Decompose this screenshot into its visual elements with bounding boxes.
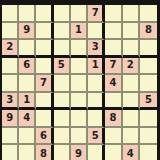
cell-r1c2-empty[interactable] bbox=[19, 5, 36, 23]
digit: 1 bbox=[75, 25, 82, 35]
digit: 8 bbox=[145, 25, 152, 35]
cell-r6c2-given: 1 bbox=[19, 93, 36, 111]
cell-r2c9-given: 8 bbox=[140, 23, 157, 41]
digit: 5 bbox=[58, 60, 65, 70]
cell-r6c3-empty[interactable] bbox=[36, 93, 53, 111]
cell-r9c1-empty[interactable] bbox=[2, 145, 19, 160]
cell-r6c6-empty[interactable] bbox=[88, 93, 105, 111]
digit: 8 bbox=[109, 113, 116, 123]
digit: 1 bbox=[92, 60, 99, 70]
cell-r9c3-given: 8 bbox=[36, 145, 53, 160]
cell-r8c2-empty[interactable] bbox=[19, 128, 36, 146]
cell-r4c9-empty[interactable] bbox=[140, 58, 157, 76]
cell-r3c3-empty[interactable] bbox=[36, 40, 53, 58]
sudoku-board: 791823651727431594865894 bbox=[0, 0, 160, 160]
cell-r1c8-empty[interactable] bbox=[123, 5, 140, 23]
cell-r4c5-empty[interactable] bbox=[71, 58, 88, 76]
cell-r8c7-empty[interactable] bbox=[105, 128, 122, 146]
cell-r6c5-empty[interactable] bbox=[71, 93, 88, 111]
cell-r7c7-given: 8 bbox=[105, 110, 122, 128]
cell-r4c7-given: 7 bbox=[105, 58, 122, 76]
cell-r3c1-given: 2 bbox=[2, 40, 19, 58]
cell-r7c8-empty[interactable] bbox=[123, 110, 140, 128]
cell-r9c4-empty[interactable] bbox=[54, 145, 71, 160]
sudoku-screenshot: 791823651727431594865894 bbox=[0, 0, 160, 160]
cell-r8c1-empty[interactable] bbox=[2, 128, 19, 146]
cell-r8c3-given: 6 bbox=[36, 128, 53, 146]
cell-r2c5-given: 1 bbox=[71, 23, 88, 41]
cell-r5c7-given: 4 bbox=[105, 75, 122, 93]
cell-r8c8-empty[interactable] bbox=[123, 128, 140, 146]
digit: 7 bbox=[40, 78, 47, 88]
cell-r7c4-empty[interactable] bbox=[54, 110, 71, 128]
cell-r9c8-given: 4 bbox=[123, 145, 140, 160]
cell-r4c4-given: 5 bbox=[54, 58, 71, 76]
digit: 7 bbox=[109, 60, 116, 70]
cell-r8c6-given: 5 bbox=[88, 128, 105, 146]
cell-r8c9-empty[interactable] bbox=[140, 128, 157, 146]
cell-r3c4-empty[interactable] bbox=[54, 40, 71, 58]
digit: 6 bbox=[23, 60, 30, 70]
digit: 4 bbox=[23, 113, 30, 123]
cell-r4c6-given: 1 bbox=[88, 58, 105, 76]
digit: 3 bbox=[92, 42, 99, 52]
digit: 2 bbox=[127, 60, 134, 70]
digit: 5 bbox=[145, 95, 152, 105]
cell-r3c6-given: 3 bbox=[88, 40, 105, 58]
cell-r5c6-empty[interactable] bbox=[88, 75, 105, 93]
digit: 9 bbox=[75, 149, 82, 159]
cell-r3c2-empty[interactable] bbox=[19, 40, 36, 58]
cell-r9c5-given: 9 bbox=[71, 145, 88, 160]
cell-r1c3-empty[interactable] bbox=[36, 5, 53, 23]
digit: 4 bbox=[127, 149, 134, 159]
cell-r8c4-empty[interactable] bbox=[54, 128, 71, 146]
digit: 5 bbox=[92, 131, 99, 141]
digit: 8 bbox=[40, 149, 47, 159]
cell-r4c8-given: 2 bbox=[123, 58, 140, 76]
cell-r9c9-empty[interactable] bbox=[140, 145, 157, 160]
cell-r6c4-empty[interactable] bbox=[54, 93, 71, 111]
cell-r1c9-empty[interactable] bbox=[140, 5, 157, 23]
cell-r2c8-empty[interactable] bbox=[123, 23, 140, 41]
digit: 2 bbox=[6, 42, 13, 52]
cell-r5c4-empty[interactable] bbox=[54, 75, 71, 93]
cell-r5c2-empty[interactable] bbox=[19, 75, 36, 93]
cell-r2c4-empty[interactable] bbox=[54, 23, 71, 41]
cell-r9c7-empty[interactable] bbox=[105, 145, 122, 160]
cell-r3c7-empty[interactable] bbox=[105, 40, 122, 58]
digit: 9 bbox=[6, 113, 13, 123]
cell-r2c1-empty[interactable] bbox=[2, 23, 19, 41]
digit: 3 bbox=[6, 95, 13, 105]
cell-r9c6-empty[interactable] bbox=[88, 145, 105, 160]
cell-r1c7-empty[interactable] bbox=[105, 5, 122, 23]
cell-r7c6-empty[interactable] bbox=[88, 110, 105, 128]
cell-r6c8-empty[interactable] bbox=[123, 93, 140, 111]
cell-r1c6-given: 7 bbox=[88, 5, 105, 23]
cell-r7c1-given: 9 bbox=[2, 110, 19, 128]
cell-r6c1-given: 3 bbox=[2, 93, 19, 111]
cell-r2c6-empty[interactable] bbox=[88, 23, 105, 41]
digit: 9 bbox=[23, 25, 30, 35]
digit: 4 bbox=[109, 78, 116, 88]
cell-r3c9-empty[interactable] bbox=[140, 40, 157, 58]
cell-r3c8-empty[interactable] bbox=[123, 40, 140, 58]
digit: 1 bbox=[23, 95, 30, 105]
digit: 7 bbox=[92, 8, 99, 18]
cell-r7c9-empty[interactable] bbox=[140, 110, 157, 128]
cell-r4c1-empty[interactable] bbox=[2, 58, 19, 76]
cell-r4c3-empty[interactable] bbox=[36, 58, 53, 76]
cell-r5c1-empty[interactable] bbox=[2, 75, 19, 93]
cell-r1c5-empty[interactable] bbox=[71, 5, 88, 23]
cell-r1c4-empty[interactable] bbox=[54, 5, 71, 23]
cell-r6c9-given: 5 bbox=[140, 93, 157, 111]
cell-r7c3-empty[interactable] bbox=[36, 110, 53, 128]
cell-r2c7-empty[interactable] bbox=[105, 23, 122, 41]
cell-r5c8-empty[interactable] bbox=[123, 75, 140, 93]
cell-r4c2-given: 6 bbox=[19, 58, 36, 76]
cell-r2c3-empty[interactable] bbox=[36, 23, 53, 41]
cell-r5c9-empty[interactable] bbox=[140, 75, 157, 93]
cell-r8c5-empty[interactable] bbox=[71, 128, 88, 146]
cell-r5c5-empty[interactable] bbox=[71, 75, 88, 93]
cell-r2c2-given: 9 bbox=[19, 23, 36, 41]
cell-r9c2-empty[interactable] bbox=[19, 145, 36, 160]
digit: 6 bbox=[40, 131, 47, 141]
cell-r1c1-empty[interactable] bbox=[2, 5, 19, 23]
cell-r6c7-empty[interactable] bbox=[105, 93, 122, 111]
cell-r7c2-given: 4 bbox=[19, 110, 36, 128]
cell-r3c5-empty[interactable] bbox=[71, 40, 88, 58]
cell-r7c5-empty[interactable] bbox=[71, 110, 88, 128]
cell-r5c3-given: 7 bbox=[36, 75, 53, 93]
